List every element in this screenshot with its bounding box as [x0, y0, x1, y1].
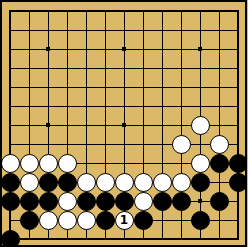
white-stone [191, 154, 210, 173]
intersection-8-11[interactable] [153, 211, 172, 230]
intersection-0-2[interactable] [1, 40, 20, 59]
intersection-10-9[interactable] [191, 173, 210, 192]
intersection-10-6[interactable] [191, 116, 210, 135]
intersection-9-11[interactable] [172, 211, 191, 230]
intersection-8-6[interactable] [153, 116, 172, 135]
black-stone [1, 230, 20, 247]
intersection-9-1[interactable] [172, 21, 191, 40]
intersection-5-7[interactable] [96, 135, 115, 154]
intersection-9-3[interactable] [172, 59, 191, 78]
intersection-4-9[interactable] [77, 173, 96, 192]
intersection-8-0[interactable] [153, 2, 172, 21]
intersection-0-3[interactable] [1, 59, 20, 78]
intersection-1-3[interactable] [20, 59, 39, 78]
intersection-1-2[interactable] [20, 40, 39, 59]
intersection-9-5[interactable] [172, 97, 191, 116]
intersection-11-7[interactable] [210, 135, 229, 154]
white-stone [39, 211, 58, 230]
intersection-12-9[interactable] [229, 173, 248, 192]
intersection-1-7[interactable] [20, 135, 39, 154]
intersection-10-5[interactable] [191, 97, 210, 116]
intersection-9-2[interactable] [172, 40, 191, 59]
intersection-12-12[interactable] [229, 230, 248, 247]
black-stone [1, 192, 20, 211]
intersection-0-8[interactable] [1, 154, 20, 173]
intersection-6-3[interactable] [115, 59, 134, 78]
intersection-1-4[interactable] [20, 78, 39, 97]
intersection-6-6[interactable] [115, 116, 134, 135]
intersection-11-3[interactable] [210, 59, 229, 78]
intersection-0-7[interactable] [1, 135, 20, 154]
white-stone [153, 173, 172, 192]
intersection-5-5[interactable] [96, 97, 115, 116]
intersection-10-10[interactable] [191, 192, 210, 211]
white-stone [1, 154, 20, 173]
white-stone [96, 173, 115, 192]
intersection-6-1[interactable] [115, 21, 134, 40]
intersection-4-4[interactable] [77, 78, 96, 97]
intersection-5-9[interactable] [96, 173, 115, 192]
intersection-7-6[interactable] [134, 116, 153, 135]
black-stone [39, 173, 58, 192]
intersection-6-5[interactable] [115, 97, 134, 116]
intersection-7-3[interactable] [134, 59, 153, 78]
intersection-10-4[interactable] [191, 78, 210, 97]
intersection-0-11[interactable] [1, 211, 20, 230]
intersection-11-1[interactable] [210, 21, 229, 40]
intersection-11-8[interactable] [210, 154, 229, 173]
intersection-12-2[interactable] [229, 40, 248, 59]
intersection-3-5[interactable] [58, 97, 77, 116]
intersection-3-3[interactable] [58, 59, 77, 78]
intersection-0-4[interactable] [1, 78, 20, 97]
intersection-5-6[interactable] [96, 116, 115, 135]
intersection-5-3[interactable] [96, 59, 115, 78]
intersection-3-1[interactable] [58, 21, 77, 40]
black-stone [153, 192, 172, 211]
black-stone [77, 192, 96, 211]
white-stone [58, 211, 77, 230]
intersection-12-5[interactable] [229, 97, 248, 116]
intersection-8-1[interactable] [153, 21, 172, 40]
white-stone [20, 173, 39, 192]
intersection-8-7[interactable] [153, 135, 172, 154]
intersection-0-5[interactable] [1, 97, 20, 116]
black-stone [20, 211, 39, 230]
intersection-6-11[interactable]: 1 [115, 211, 134, 230]
black-stone [134, 211, 153, 230]
intersection-12-8[interactable] [229, 154, 248, 173]
intersection-10-3[interactable] [191, 59, 210, 78]
intersection-4-3[interactable] [77, 59, 96, 78]
intersection-5-8[interactable] [96, 154, 115, 173]
intersection-3-6[interactable] [58, 116, 77, 135]
intersection-1-9[interactable] [20, 173, 39, 192]
intersection-10-1[interactable] [191, 21, 210, 40]
intersection-3-12[interactable] [58, 230, 77, 247]
intersection-12-6[interactable] [229, 116, 248, 135]
intersection-4-7[interactable] [77, 135, 96, 154]
intersection-3-8[interactable] [58, 154, 77, 173]
intersection-0-10[interactable] [1, 192, 20, 211]
intersection-0-9[interactable] [1, 173, 20, 192]
black-stone [39, 192, 58, 211]
white-stone [210, 135, 229, 154]
black-stone [191, 211, 210, 230]
intersection-7-2[interactable] [134, 40, 153, 59]
white-stone [20, 154, 39, 173]
intersection-0-0[interactable] [1, 2, 20, 21]
black-stone [58, 173, 77, 192]
intersection-8-5[interactable] [153, 97, 172, 116]
intersection-12-0[interactable] [229, 2, 248, 21]
intersection-2-6[interactable] [39, 116, 58, 135]
intersection-3-10[interactable] [58, 192, 77, 211]
intersection-1-6[interactable] [20, 116, 39, 135]
intersection-4-5[interactable] [77, 97, 96, 116]
intersection-2-2[interactable] [39, 40, 58, 59]
intersection-5-0[interactable] [96, 2, 115, 21]
intersection-5-1[interactable] [96, 21, 115, 40]
intersection-2-7[interactable] [39, 135, 58, 154]
intersection-10-11[interactable] [191, 211, 210, 230]
stones-layer: 1 [1, 2, 248, 247]
intersection-11-12[interactable] [210, 230, 229, 247]
intersection-3-7[interactable] [58, 135, 77, 154]
intersection-6-4[interactable] [115, 78, 134, 97]
white-stone [77, 173, 96, 192]
intersection-9-4[interactable] [172, 78, 191, 97]
black-stone [210, 154, 229, 173]
intersection-5-11[interactable] [96, 211, 115, 230]
black-stone [172, 192, 191, 211]
intersection-9-10[interactable] [172, 192, 191, 211]
intersection-0-6[interactable] [1, 116, 20, 135]
intersection-9-8[interactable] [172, 154, 191, 173]
intersection-2-3[interactable] [39, 59, 58, 78]
white-stone [191, 116, 210, 135]
intersection-0-1[interactable] [1, 21, 20, 40]
intersection-11-5[interactable] [210, 97, 229, 116]
black-stone [229, 154, 248, 173]
intersection-7-7[interactable] [134, 135, 153, 154]
intersection-7-5[interactable] [134, 97, 153, 116]
intersection-11-11[interactable] [210, 211, 229, 230]
intersection-8-9[interactable] [153, 173, 172, 192]
intersection-7-4[interactable] [134, 78, 153, 97]
black-stone [191, 173, 210, 192]
intersection-3-0[interactable] [58, 2, 77, 21]
intersection-6-8[interactable] [115, 154, 134, 173]
intersection-8-2[interactable] [153, 40, 172, 59]
intersection-12-3[interactable] [229, 59, 248, 78]
intersection-10-12[interactable] [191, 230, 210, 247]
intersection-4-11[interactable] [77, 211, 96, 230]
intersection-10-7[interactable] [191, 135, 210, 154]
white-stone [172, 173, 191, 192]
intersection-8-8[interactable] [153, 154, 172, 173]
intersection-7-1[interactable] [134, 21, 153, 40]
intersection-2-4[interactable] [39, 78, 58, 97]
white-stone [134, 173, 153, 192]
go-board: 1 [0, 0, 247, 247]
black-stone [1, 173, 20, 192]
intersection-9-12[interactable] [172, 230, 191, 247]
intersection-12-1[interactable] [229, 21, 248, 40]
white-stone [77, 211, 96, 230]
intersection-1-10[interactable] [20, 192, 39, 211]
intersection-6-7[interactable] [115, 135, 134, 154]
intersection-7-8[interactable] [134, 154, 153, 173]
move-1-stone: 1 [115, 211, 134, 230]
intersection-1-11[interactable] [20, 211, 39, 230]
intersection-11-9[interactable] [210, 173, 229, 192]
white-stone [58, 154, 77, 173]
intersection-9-9[interactable] [172, 173, 191, 192]
intersection-5-2[interactable] [96, 40, 115, 59]
intersection-2-8[interactable] [39, 154, 58, 173]
intersection-12-11[interactable] [229, 211, 248, 230]
intersection-9-0[interactable] [172, 2, 191, 21]
intersection-6-2[interactable] [115, 40, 134, 59]
intersection-11-2[interactable] [210, 40, 229, 59]
intersection-3-2[interactable] [58, 40, 77, 59]
intersection-2-0[interactable] [39, 2, 58, 21]
intersection-1-1[interactable] [20, 21, 39, 40]
intersection-10-0[interactable] [191, 2, 210, 21]
intersection-0-12[interactable] [1, 230, 20, 247]
intersection-5-4[interactable] [96, 78, 115, 97]
black-stone [115, 192, 134, 211]
black-stone [96, 211, 115, 230]
intersection-11-0[interactable] [210, 2, 229, 21]
intersection-1-8[interactable] [20, 154, 39, 173]
intersection-4-1[interactable] [77, 21, 96, 40]
intersection-2-10[interactable] [39, 192, 58, 211]
intersection-2-5[interactable] [39, 97, 58, 116]
intersection-2-12[interactable] [39, 230, 58, 247]
intersection-5-12[interactable] [96, 230, 115, 247]
intersection-7-0[interactable] [134, 2, 153, 21]
intersection-12-7[interactable] [229, 135, 248, 154]
intersection-2-11[interactable] [39, 211, 58, 230]
intersection-6-12[interactable] [115, 230, 134, 247]
white-stone [58, 192, 77, 211]
intersection-4-10[interactable] [77, 192, 96, 211]
intersection-8-4[interactable] [153, 78, 172, 97]
white-stone [115, 173, 134, 192]
intersection-6-0[interactable] [115, 2, 134, 21]
intersection-4-8[interactable] [77, 154, 96, 173]
intersection-7-12[interactable] [134, 230, 153, 247]
intersection-8-3[interactable] [153, 59, 172, 78]
intersection-6-9[interactable] [115, 173, 134, 192]
intersection-4-6[interactable] [77, 116, 96, 135]
intersection-1-12[interactable] [20, 230, 39, 247]
intersection-2-9[interactable] [39, 173, 58, 192]
intersection-8-12[interactable] [153, 230, 172, 247]
intersection-4-12[interactable] [77, 230, 96, 247]
white-stone [134, 192, 153, 211]
intersection-9-7[interactable] [172, 135, 191, 154]
black-stone [20, 192, 39, 211]
intersection-4-0[interactable] [77, 2, 96, 21]
intersection-11-10[interactable] [210, 192, 229, 211]
black-stone [96, 192, 115, 211]
intersection-10-8[interactable] [191, 154, 210, 173]
black-stone [210, 192, 229, 211]
intersection-2-1[interactable] [39, 21, 58, 40]
intersection-4-2[interactable] [77, 40, 96, 59]
black-stone [229, 173, 248, 192]
intersection-12-10[interactable] [229, 192, 248, 211]
intersection-11-6[interactable] [210, 116, 229, 135]
intersection-10-2[interactable] [191, 40, 210, 59]
white-stone [172, 135, 191, 154]
intersection-3-9[interactable] [58, 173, 77, 192]
intersection-6-10[interactable] [115, 192, 134, 211]
white-stone [39, 154, 58, 173]
intersection-11-4[interactable] [210, 78, 229, 97]
intersection-1-0[interactable] [20, 2, 39, 21]
intersection-7-11[interactable] [134, 211, 153, 230]
intersection-12-4[interactable] [229, 78, 248, 97]
intersection-8-10[interactable] [153, 192, 172, 211]
intersection-7-10[interactable] [134, 192, 153, 211]
intersection-3-11[interactable] [58, 211, 77, 230]
intersection-1-5[interactable] [20, 97, 39, 116]
intersection-5-10[interactable] [96, 192, 115, 211]
intersection-9-6[interactable] [172, 116, 191, 135]
intersection-3-4[interactable] [58, 78, 77, 97]
intersection-7-9[interactable] [134, 173, 153, 192]
